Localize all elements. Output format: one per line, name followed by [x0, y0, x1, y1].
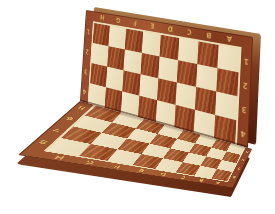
rank-label: 1 — [84, 21, 93, 42]
rank-label: 2 — [239, 73, 251, 99]
rank-label: 3 — [238, 97, 250, 124]
folding-chessboard-photo: HGFEDCBA 1234 1234 HGFEDCBA 5678 5678 — [0, 0, 275, 214]
rank-label: 2 — [83, 41, 92, 63]
rank-label: 3 — [81, 61, 90, 83]
rank-label: 1 — [240, 49, 252, 75]
